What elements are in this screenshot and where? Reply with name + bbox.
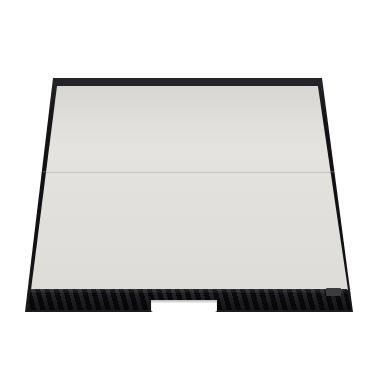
- chess-set-photo: [0, 0, 371, 371]
- latch-notch: [151, 300, 217, 312]
- frame-side-tab: [326, 288, 341, 296]
- board-fold-seam: [43, 171, 335, 173]
- board-surface-margin: [31, 86, 348, 290]
